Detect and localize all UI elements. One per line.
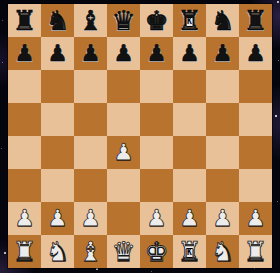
star xyxy=(96,268,98,270)
square-d3[interactable] xyxy=(107,169,140,202)
square-h1[interactable]: ♜ xyxy=(239,235,272,268)
square-c2[interactable]: ♟ xyxy=(74,202,107,235)
piece-white-pawn[interactable]: ♟ xyxy=(212,207,233,230)
square-b3[interactable] xyxy=(41,169,74,202)
piece-white-bishop[interactable]: ♝ xyxy=(78,238,102,265)
star xyxy=(278,60,279,61)
piece-white-pawn[interactable]: ♟ xyxy=(146,207,167,230)
square-c4[interactable] xyxy=(74,136,107,169)
square-c6[interactable] xyxy=(74,70,107,103)
square-h2[interactable]: ♟ xyxy=(239,202,272,235)
star xyxy=(277,201,278,202)
piece-white-knight[interactable]: ♞ xyxy=(45,238,69,265)
square-f3[interactable] xyxy=(173,169,206,202)
piece-white-rook[interactable]: ♜ xyxy=(243,238,267,265)
square-g8[interactable]: ♞ xyxy=(206,4,239,37)
square-f4[interactable] xyxy=(173,136,206,169)
square-h8[interactable]: ♜ xyxy=(239,4,272,37)
square-g5[interactable] xyxy=(206,103,239,136)
square-a3[interactable] xyxy=(8,169,41,202)
square-e6[interactable] xyxy=(140,70,173,103)
piece-black-pawn[interactable]: ♟ xyxy=(179,42,200,65)
square-h4[interactable] xyxy=(239,136,272,169)
piece-black-rook[interactable]: ♜ xyxy=(12,7,36,34)
square-b6[interactable] xyxy=(41,70,74,103)
square-e5[interactable] xyxy=(140,103,173,136)
piece-black-pawn[interactable]: ♟ xyxy=(146,42,167,65)
square-b8[interactable]: ♞ xyxy=(41,4,74,37)
square-e4[interactable] xyxy=(140,136,173,169)
square-a5[interactable] xyxy=(8,103,41,136)
square-g6[interactable] xyxy=(206,70,239,103)
star xyxy=(2,62,3,63)
piece-white-pawn[interactable]: ♟ xyxy=(47,207,68,230)
square-e3[interactable] xyxy=(140,169,173,202)
piece-black-pawn[interactable]: ♟ xyxy=(14,42,35,65)
square-g4[interactable] xyxy=(206,136,239,169)
piece-black-pawn[interactable]: ♟ xyxy=(80,42,101,65)
square-d6[interactable] xyxy=(107,70,140,103)
square-a7[interactable]: ♟ xyxy=(8,37,41,70)
piece-black-rook[interactable]: ♜ xyxy=(243,7,267,34)
piece-white-queen[interactable]: ♛ xyxy=(111,238,135,265)
square-e7[interactable]: ♟ xyxy=(140,37,173,70)
piece-black-pawn[interactable]: ♟ xyxy=(245,42,266,65)
piece-white-k-tower-bishop[interactable]: ♜K xyxy=(177,238,201,265)
square-a4[interactable] xyxy=(8,136,41,169)
piece-black-pawn[interactable]: ♟ xyxy=(47,42,68,65)
square-d2[interactable] xyxy=(107,202,140,235)
piece-black-bishop[interactable]: ♝ xyxy=(78,7,102,34)
square-h5[interactable] xyxy=(239,103,272,136)
piece-white-king[interactable]: ♚ xyxy=(144,238,168,265)
square-h7[interactable]: ♟ xyxy=(239,37,272,70)
square-e2[interactable]: ♟ xyxy=(140,202,173,235)
square-d7[interactable]: ♟ xyxy=(107,37,140,70)
square-d5[interactable] xyxy=(107,103,140,136)
square-b1[interactable]: ♞ xyxy=(41,235,74,268)
square-e1[interactable]: ♚ xyxy=(140,235,173,268)
square-g7[interactable]: ♟ xyxy=(206,37,239,70)
piece-black-pawn[interactable]: ♟ xyxy=(212,42,233,65)
square-f1[interactable]: ♜K xyxy=(173,235,206,268)
star xyxy=(277,1,279,3)
square-c1[interactable]: ♝ xyxy=(74,235,107,268)
square-c5[interactable] xyxy=(74,103,107,136)
star xyxy=(275,115,277,117)
square-c8[interactable]: ♝ xyxy=(74,4,107,37)
star xyxy=(4,252,6,254)
square-a8[interactable]: ♜ xyxy=(8,4,41,37)
piece-white-pawn[interactable]: ♟ xyxy=(179,207,200,230)
star xyxy=(1,148,2,149)
square-d8[interactable]: ♛ xyxy=(107,4,140,37)
square-a1[interactable]: ♜ xyxy=(8,235,41,268)
star xyxy=(254,268,255,269)
square-f8[interactable]: ♜K xyxy=(173,4,206,37)
square-c7[interactable]: ♟ xyxy=(74,37,107,70)
square-b5[interactable] xyxy=(41,103,74,136)
piece-black-k-tower-bishop[interactable]: ♜K xyxy=(177,7,201,34)
piece-black-pawn[interactable]: ♟ xyxy=(113,42,134,65)
square-a6[interactable] xyxy=(8,70,41,103)
chess-board: ♜♞♝♛♚♜K♞♜♟♟♟♟♟♟♟♟♟♟♟♟♟♟♟♟♜♞♝♛♚♜K♞♜ xyxy=(8,4,272,268)
piece-black-queen[interactable]: ♛ xyxy=(111,7,135,34)
square-b7[interactable]: ♟ xyxy=(41,37,74,70)
piece-white-rook[interactable]: ♜ xyxy=(12,238,36,265)
square-g1[interactable]: ♞ xyxy=(206,235,239,268)
square-b4[interactable] xyxy=(41,136,74,169)
piece-black-knight[interactable]: ♞ xyxy=(45,7,69,34)
square-e8[interactable]: ♚ xyxy=(140,4,173,37)
square-g2[interactable]: ♟ xyxy=(206,202,239,235)
chess-app-window: ♜♞♝♛♚♜K♞♜♟♟♟♟♟♟♟♟♟♟♟♟♟♟♟♟♜♞♝♛♚♜K♞♜ xyxy=(0,0,280,273)
piece-black-knight[interactable]: ♞ xyxy=(210,7,234,34)
star xyxy=(151,271,152,272)
square-f6[interactable] xyxy=(173,70,206,103)
piece-white-pawn[interactable]: ♟ xyxy=(14,207,35,230)
square-c3[interactable] xyxy=(74,169,107,202)
square-a2[interactable]: ♟ xyxy=(8,202,41,235)
square-f7[interactable]: ♟ xyxy=(173,37,206,70)
square-d4[interactable]: ♟ xyxy=(107,136,140,169)
piece-letter-badge: K xyxy=(185,17,194,27)
square-h3[interactable] xyxy=(239,169,272,202)
piece-white-pawn[interactable]: ♟ xyxy=(113,141,134,164)
square-d1[interactable]: ♛ xyxy=(107,235,140,268)
square-g3[interactable] xyxy=(206,169,239,202)
square-b2[interactable]: ♟ xyxy=(41,202,74,235)
piece-white-pawn[interactable]: ♟ xyxy=(245,207,266,230)
square-h6[interactable] xyxy=(239,70,272,103)
square-f2[interactable]: ♟ xyxy=(173,202,206,235)
piece-white-pawn[interactable]: ♟ xyxy=(80,207,101,230)
piece-black-king[interactable]: ♚ xyxy=(144,7,168,34)
piece-white-knight[interactable]: ♞ xyxy=(210,238,234,265)
piece-letter-badge: K xyxy=(185,248,194,258)
star xyxy=(2,20,3,21)
square-f5[interactable] xyxy=(173,103,206,136)
